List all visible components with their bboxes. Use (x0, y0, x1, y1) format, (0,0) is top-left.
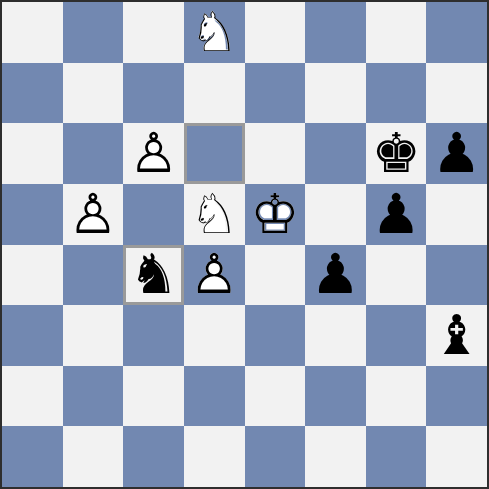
square-f1[interactable] (305, 426, 366, 487)
square-d8[interactable]: ♞♘ (184, 2, 245, 63)
square-b6[interactable] (63, 123, 124, 184)
square-b4[interactable] (63, 245, 124, 306)
square-g2[interactable] (366, 366, 427, 427)
square-h8[interactable] (426, 2, 487, 63)
square-f7[interactable] (305, 63, 366, 124)
square-e3[interactable] (245, 305, 306, 366)
white-pawn-piece[interactable]: ♟♙ (68, 187, 117, 242)
white-knight-piece[interactable]: ♞♘ (190, 5, 239, 60)
square-b7[interactable] (63, 63, 124, 124)
square-g1[interactable] (366, 426, 427, 487)
square-e4[interactable] (245, 245, 306, 306)
square-b3[interactable] (63, 305, 124, 366)
square-g6[interactable]: ♚ (366, 123, 427, 184)
piece-glyph: ♝ (432, 308, 481, 363)
square-a5[interactable] (2, 184, 63, 245)
square-f6[interactable] (305, 123, 366, 184)
square-b5[interactable]: ♟♙ (63, 184, 124, 245)
black-knight-piece[interactable]: ♞ (129, 247, 178, 302)
square-c8[interactable] (123, 2, 184, 63)
square-h7[interactable] (426, 63, 487, 124)
square-d1[interactable] (184, 426, 245, 487)
square-d2[interactable] (184, 366, 245, 427)
square-g3[interactable] (366, 305, 427, 366)
square-e6[interactable] (245, 123, 306, 184)
piece-outline-glyph: ♙ (68, 187, 117, 242)
square-f8[interactable] (305, 2, 366, 63)
square-e1[interactable] (245, 426, 306, 487)
square-f2[interactable] (305, 366, 366, 427)
black-pawn-piece[interactable]: ♟ (311, 247, 360, 302)
square-h5[interactable] (426, 184, 487, 245)
square-e7[interactable] (245, 63, 306, 124)
piece-outline-glyph: ♙ (129, 126, 178, 181)
black-king-piece[interactable]: ♚ (371, 126, 420, 181)
piece-glyph: ♟ (311, 247, 360, 302)
square-f4[interactable]: ♟ (305, 245, 366, 306)
square-h3[interactable]: ♝ (426, 305, 487, 366)
black-pawn-piece[interactable]: ♟ (432, 126, 481, 181)
black-pawn-piece[interactable]: ♟ (371, 187, 420, 242)
square-e8[interactable] (245, 2, 306, 63)
square-g5[interactable]: ♟ (366, 184, 427, 245)
square-e2[interactable] (245, 366, 306, 427)
square-a1[interactable] (2, 426, 63, 487)
piece-glyph: ♟ (371, 187, 420, 242)
square-h2[interactable] (426, 366, 487, 427)
square-a8[interactable] (2, 2, 63, 63)
square-c5[interactable] (123, 184, 184, 245)
square-b1[interactable] (63, 426, 124, 487)
square-b8[interactable] (63, 2, 124, 63)
square-b2[interactable] (63, 366, 124, 427)
square-c1[interactable] (123, 426, 184, 487)
square-g8[interactable] (366, 2, 427, 63)
square-d6[interactable] (184, 123, 245, 184)
piece-outline-glyph: ♔ (250, 187, 299, 242)
square-g4[interactable] (366, 245, 427, 306)
chess-board: ♞♘♟♙♚♟♟♙♞♘♚♔♟♞♟♙♟♝ (0, 0, 489, 489)
piece-outline-glyph: ♘ (190, 5, 239, 60)
white-pawn-piece[interactable]: ♟♙ (129, 126, 178, 181)
square-d3[interactable] (184, 305, 245, 366)
square-h4[interactable] (426, 245, 487, 306)
square-e5[interactable]: ♚♔ (245, 184, 306, 245)
square-a6[interactable] (2, 123, 63, 184)
square-c4[interactable]: ♞ (123, 245, 184, 306)
square-f5[interactable] (305, 184, 366, 245)
piece-glyph: ♚ (371, 126, 420, 181)
white-pawn-piece[interactable]: ♟♙ (190, 247, 239, 302)
square-c2[interactable] (123, 366, 184, 427)
square-d4[interactable]: ♟♙ (184, 245, 245, 306)
square-h1[interactable] (426, 426, 487, 487)
square-d7[interactable] (184, 63, 245, 124)
black-bishop-piece[interactable]: ♝ (432, 308, 481, 363)
square-a3[interactable] (2, 305, 63, 366)
square-a2[interactable] (2, 366, 63, 427)
square-c3[interactable] (123, 305, 184, 366)
square-h6[interactable]: ♟ (426, 123, 487, 184)
piece-glyph: ♞ (129, 247, 178, 302)
square-f3[interactable] (305, 305, 366, 366)
white-king-piece[interactable]: ♚♔ (250, 187, 299, 242)
square-g7[interactable] (366, 63, 427, 124)
square-c6[interactable]: ♟♙ (123, 123, 184, 184)
piece-outline-glyph: ♙ (190, 247, 239, 302)
square-a7[interactable] (2, 63, 63, 124)
piece-glyph: ♟ (432, 126, 481, 181)
piece-outline-glyph: ♘ (190, 187, 239, 242)
square-a4[interactable] (2, 245, 63, 306)
square-d5[interactable]: ♞♘ (184, 184, 245, 245)
square-c7[interactable] (123, 63, 184, 124)
white-knight-piece[interactable]: ♞♘ (190, 187, 239, 242)
